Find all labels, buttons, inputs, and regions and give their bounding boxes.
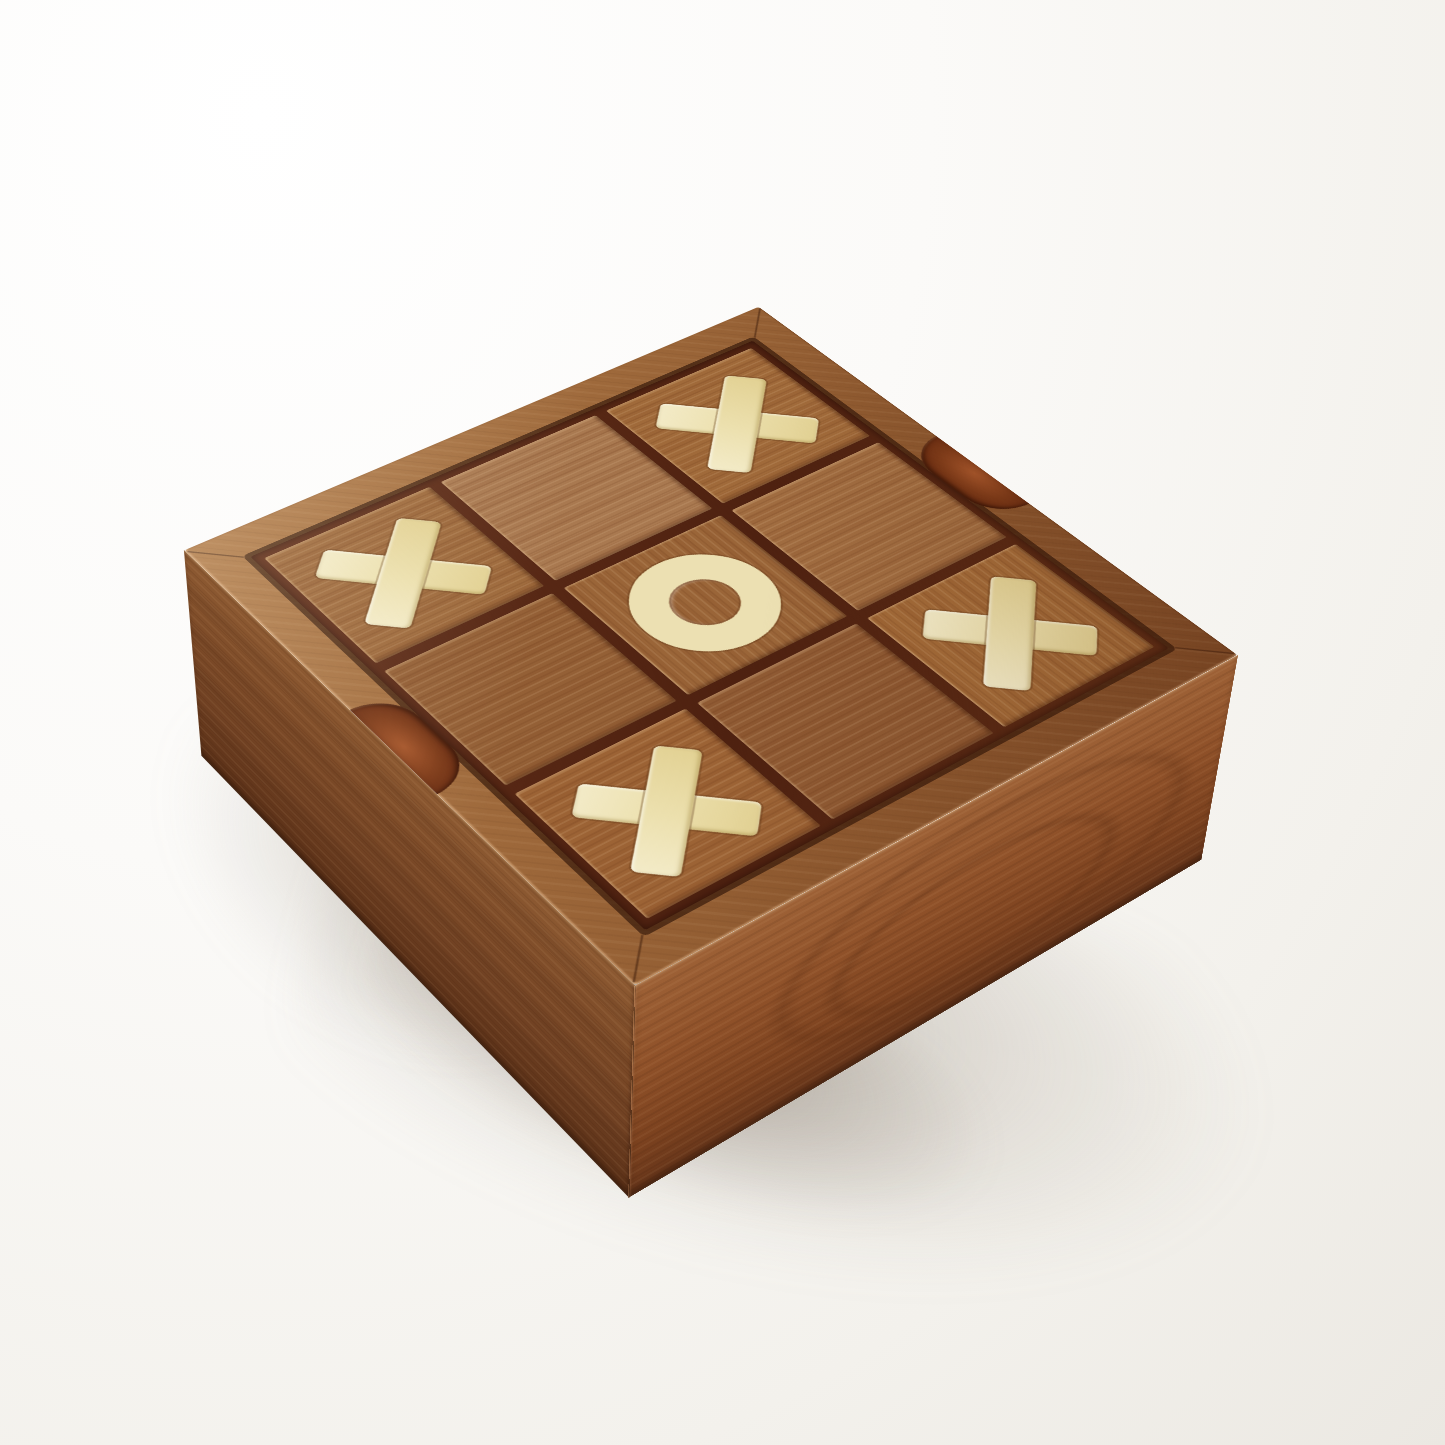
rim-miter-seam: [754, 309, 761, 338]
board-cell-r3c2[interactable]: [697, 623, 994, 819]
scene: [0, 0, 1445, 1445]
board-cell-r2c1[interactable]: [384, 593, 677, 785]
board-cell-r3c1[interactable]: [514, 709, 820, 919]
rim-miter-seam: [187, 551, 244, 558]
piece-x: [514, 709, 820, 919]
rim-miter-seam: [633, 935, 644, 983]
rim-miter-seam: [1175, 647, 1234, 654]
piece-o: [599, 536, 812, 671]
game-box: [184, 307, 1237, 986]
product-photo-stage: [0, 0, 1445, 1445]
